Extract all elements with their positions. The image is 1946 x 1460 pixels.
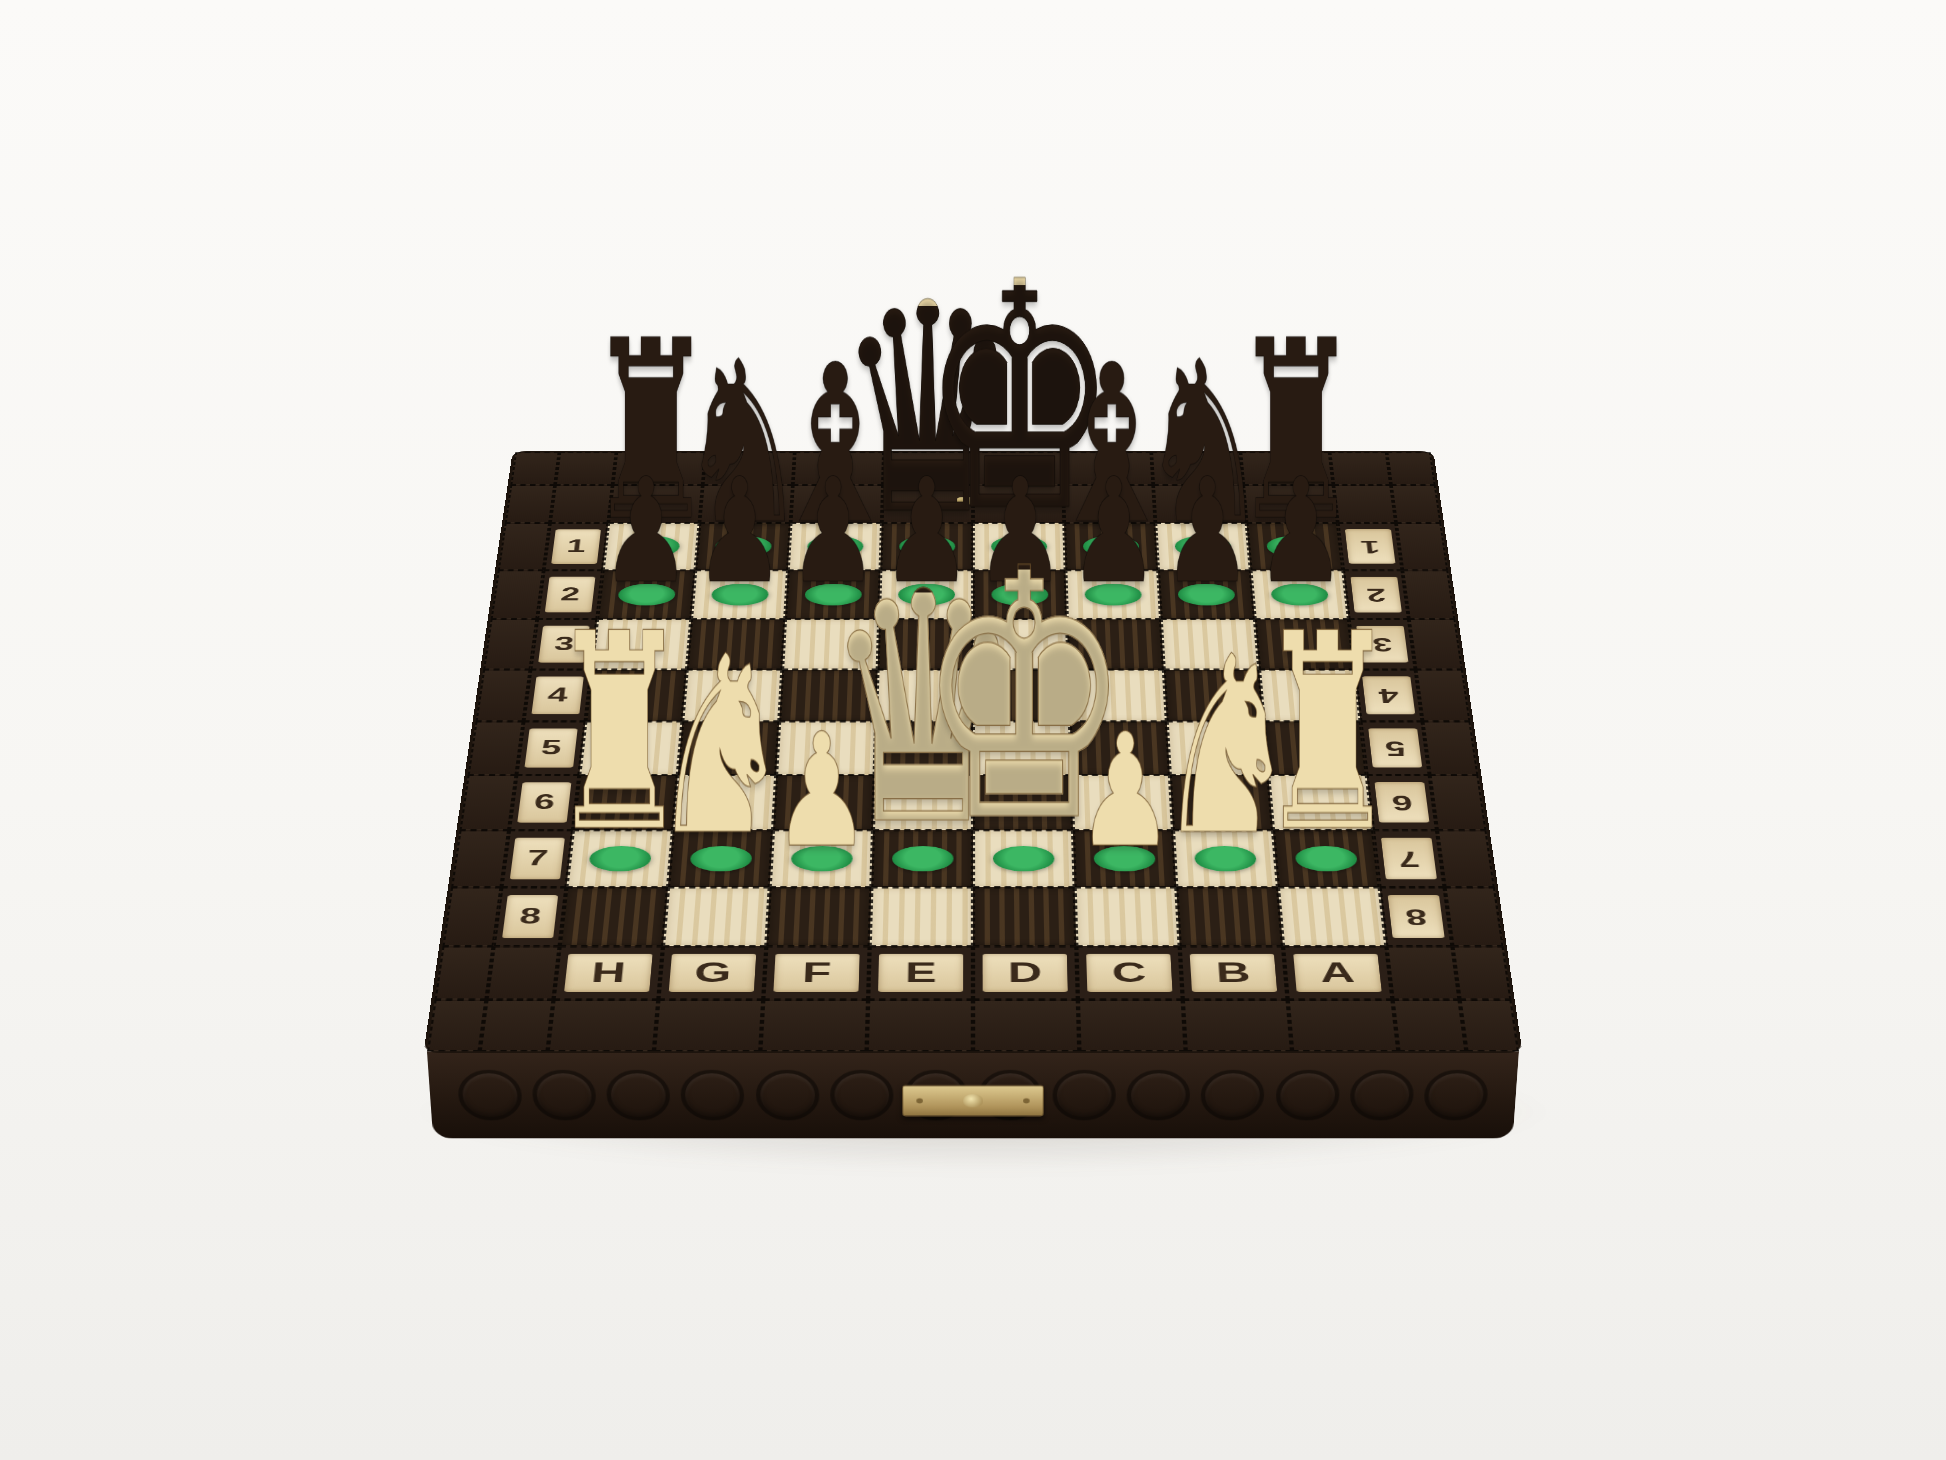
board-rim-cell (1386, 946, 1459, 999)
board-rim-cell (1396, 523, 1448, 570)
embossed-circle-icon (457, 1070, 523, 1121)
perspective-wrapper: 1♜♞♝♛♚♝♞♜12♟♟♟♟♟♟♟♟2334455667♜♞♟♛♚♟♞♜788… (0, 0, 1946, 1460)
board-rim-cell (451, 830, 509, 887)
board-rim-cell (1402, 570, 1455, 619)
square-b8 (1176, 887, 1283, 946)
board-rim-cell (1288, 1000, 1399, 1052)
board-rim-cell (510, 452, 559, 485)
board-rim-cell (1416, 670, 1471, 722)
board-rim-cell (468, 721, 524, 775)
embossed-circle-icon (1201, 1070, 1266, 1121)
board-front-edge (427, 1051, 1519, 1138)
board-rim-cell (973, 1000, 1079, 1052)
board-rim-cell (654, 1000, 763, 1052)
piece-light-knight-g7: ♞ (649, 624, 792, 869)
board-rim-cell (435, 946, 494, 999)
file-label-F: F (763, 946, 869, 999)
square-a7: ♜ (1273, 830, 1380, 887)
file-label-text: C (1087, 954, 1172, 993)
embossed-circle-icon (680, 1070, 745, 1121)
board-rim-cell (1183, 1000, 1292, 1052)
square-a8 (1278, 887, 1386, 946)
chess-board: 1♜♞♝♛♚♝♞♜12♟♟♟♟♟♟♟♟2334455667♜♞♟♛♚♟♞♜788… (427, 452, 1519, 1051)
board-rim-cell (498, 523, 550, 570)
file-label-H: H (554, 946, 663, 999)
board-rim-cell (480, 1000, 554, 1052)
file-label-G: G (658, 946, 766, 999)
file-label-text: A (1294, 954, 1382, 993)
square-g7: ♞ (668, 830, 773, 887)
square-c8 (1075, 887, 1180, 946)
file-label-E: E (868, 946, 973, 999)
board-rim-cell (760, 1000, 868, 1052)
brass-latch-icon (902, 1085, 1044, 1116)
embossed-circle-icon (755, 1070, 819, 1121)
board-rim-cell (1430, 775, 1487, 830)
board-rim-cell (476, 670, 531, 722)
rank-label-text: 8 (502, 895, 559, 938)
file-label-text: G (669, 954, 756, 993)
piece-dark-pawn-b2: ♟ (1161, 459, 1252, 604)
folding-chess-board: 1♜♞♝♛♚♝♞♜12♟♟♟♟♟♟♟♟2334455667♜♞♟♛♚♟♞♜788… (427, 452, 1519, 1051)
board-rim-cell (1460, 1000, 1520, 1052)
file-label-text: E (879, 954, 963, 993)
piece-light-rook-a7: ♜ (1257, 598, 1398, 869)
square-e8 (870, 887, 973, 946)
rank-label-8-right: 8 (1380, 887, 1453, 946)
board-rim-cell (491, 570, 544, 619)
square-f8 (766, 887, 871, 946)
piece-dark-pawn-g2: ♟ (694, 459, 785, 604)
board-rim-cell (1078, 1000, 1186, 1052)
embossed-circle-icon (531, 1070, 597, 1121)
embossed-circle-icon (829, 1070, 893, 1121)
embossed-circle-icon (1423, 1070, 1489, 1121)
file-label-D: D (973, 946, 1078, 999)
file-label-C: C (1076, 946, 1182, 999)
square-g8 (663, 887, 770, 946)
embossed-circle-icon (606, 1070, 671, 1121)
file-label-text: D (983, 954, 1067, 993)
board-rim-cell (460, 775, 517, 830)
embossed-circle-icon (1349, 1070, 1415, 1121)
board-rim-cell (486, 946, 559, 999)
board-rim-cell (1422, 721, 1478, 775)
board-rim-cell (1409, 619, 1463, 669)
latch-knob-icon (963, 1094, 983, 1107)
board-rim-cell (505, 485, 555, 523)
file-label-A: A (1283, 946, 1392, 999)
square-d7: ♚ (973, 830, 1075, 887)
file-label-text: B (1190, 954, 1277, 993)
file-label-text: F (774, 954, 859, 993)
board-rim-cell (442, 887, 501, 946)
file-label-B: B (1180, 946, 1288, 999)
board-rim-cell (1391, 485, 1441, 523)
rank-label-8-left: 8 (494, 887, 567, 946)
board-rim-cell (1445, 887, 1504, 946)
embossed-circle-icon (1052, 1070, 1116, 1121)
board-rim-cell (867, 1000, 973, 1052)
embossed-circle-icon (1127, 1070, 1191, 1121)
square-h8 (560, 887, 668, 946)
chess-set-photo: 1♜♞♝♛♚♝♞♜12♟♟♟♟♟♟♟♟2334455667♜♞♟♛♚♟♞♜788… (0, 0, 1946, 1460)
board-rim-cell (1437, 830, 1495, 887)
embossed-circle-icon (1275, 1070, 1340, 1121)
board-rim-cell (427, 1000, 487, 1052)
rank-label-text: 8 (1387, 895, 1444, 938)
board-rim-cell (1392, 1000, 1466, 1052)
board-rim-cell (483, 619, 537, 669)
board-rim-cell (1452, 946, 1511, 999)
square-d8 (973, 887, 1076, 946)
board-rim-cell (1387, 452, 1436, 485)
file-label-text: H (565, 954, 653, 993)
board-rim-cell (548, 1000, 659, 1052)
